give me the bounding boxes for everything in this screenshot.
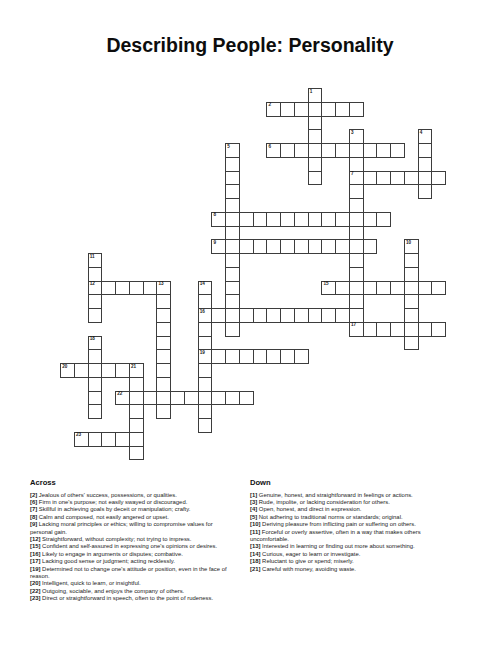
grid-cell-r1c21[interactable] xyxy=(349,102,364,117)
grid-cell-r16c7[interactable] xyxy=(156,308,171,323)
grid-cell-r18c2[interactable]: 18 xyxy=(88,336,103,351)
clue-across-8-number: [8] xyxy=(30,514,37,520)
grid-cell-r20c5[interactable]: 21 xyxy=(129,363,144,378)
grid-cell-r19c16[interactable] xyxy=(280,349,295,364)
grid-cell-r22c5[interactable] xyxy=(129,391,144,406)
grid-cell-r1c18[interactable] xyxy=(308,102,323,117)
clue-number-12: 12 xyxy=(90,282,95,287)
grid-cell-r17c12[interactable] xyxy=(225,322,240,337)
grid-cell-r12c21[interactable] xyxy=(349,253,364,268)
grid-cell-r20c0[interactable]: 20 xyxy=(60,363,75,378)
clue-across-17-number: [17] xyxy=(30,558,40,564)
clue-number-8: 8 xyxy=(213,213,216,218)
grid-cell-r11c22[interactable] xyxy=(363,239,378,254)
clue-number-14: 14 xyxy=(200,282,205,287)
clue-down-13-number: [13] xyxy=(250,543,260,549)
grid-cell-r9c17[interactable] xyxy=(294,212,309,227)
grid-cell-r4c17[interactable] xyxy=(294,143,309,158)
grid-cell-r14c12[interactable] xyxy=(225,281,240,296)
grid-cell-r20c4[interactable] xyxy=(115,363,130,378)
grid-cell-r9c22[interactable] xyxy=(363,212,378,227)
clue-number-16: 16 xyxy=(200,310,205,315)
grid-cell-r14c5[interactable] xyxy=(129,281,144,296)
clue-across-2-number: [2] xyxy=(30,492,37,498)
grid-cell-r14c6[interactable] xyxy=(143,281,158,296)
grid-cell-r11c17[interactable] xyxy=(294,239,309,254)
grid-cell-r15c7[interactable] xyxy=(156,294,171,309)
grid-cell-r12c12[interactable] xyxy=(225,253,240,268)
clue-number-13: 13 xyxy=(158,282,163,287)
grid-cell-r7c12[interactable] xyxy=(225,184,240,199)
grid-cell-r16c16[interactable] xyxy=(280,308,295,323)
grid-cell-r4c22[interactable] xyxy=(363,143,378,158)
grid-cell-r11c11[interactable]: 9 xyxy=(211,239,226,254)
grid-cell-r13c2[interactable] xyxy=(88,267,103,282)
grid-cell-r20c2[interactable] xyxy=(88,363,103,378)
down-clue-list: [1] Genuine, honest, and straightforward… xyxy=(250,492,450,573)
grid-cell-r1c16[interactable] xyxy=(280,102,295,117)
clue-down-4-number: [4] xyxy=(250,506,257,512)
grid-cell-r4c18[interactable] xyxy=(308,143,323,158)
clue-number-2: 2 xyxy=(268,103,271,108)
clue-across-8: [8] Calm and composed, not easily angere… xyxy=(30,514,236,521)
clue-across-17: [17] Lacking good sense or judgment; act… xyxy=(30,558,236,565)
across-header: Across xyxy=(30,478,236,487)
clue-number-17: 17 xyxy=(351,323,356,328)
grid-cell-r25c1[interactable]: 23 xyxy=(74,432,89,447)
clue-number-6: 6 xyxy=(268,145,271,150)
clue-across-2: [2] Jealous of others' success, possessi… xyxy=(30,492,236,499)
grid-cell-r23c5[interactable] xyxy=(129,404,144,419)
grid-cell-r22c10[interactable] xyxy=(198,391,213,406)
grid-cell-r19c11[interactable] xyxy=(211,349,226,364)
grid-cell-r6c22[interactable] xyxy=(363,171,378,186)
grid-cell-r16c18[interactable] xyxy=(308,308,323,323)
clue-number-3: 3 xyxy=(351,131,354,136)
clue-down-14: [14] Curious, eager to learn or investig… xyxy=(250,551,450,558)
clue-down-10-number: [10] xyxy=(250,521,260,527)
grid-cell-r9c13[interactable] xyxy=(239,212,254,227)
clue-number-21: 21 xyxy=(131,365,136,370)
crossword-grid: 1234567891011121314151617181920212223 xyxy=(60,88,445,459)
grid-cell-r1c19[interactable] xyxy=(321,102,336,117)
clue-across-23: [23] Direct or straightforward in speech… xyxy=(30,595,236,602)
grid-cell-r14c24[interactable] xyxy=(390,281,405,296)
clue-across-19-number: [19] xyxy=(30,566,40,572)
clue-number-4: 4 xyxy=(420,131,423,136)
grid-cell-r22c11[interactable] xyxy=(211,391,226,406)
clue-down-13: [13] Interested in learning or finding o… xyxy=(250,543,450,550)
grid-cell-r20c1[interactable] xyxy=(74,363,89,378)
grid-cell-r24c5[interactable] xyxy=(129,418,144,433)
grid-cell-r11c25[interactable]: 10 xyxy=(404,239,419,254)
grid-cell-r10c12[interactable] xyxy=(225,226,240,241)
grid-cell-r16c11[interactable] xyxy=(211,308,226,323)
grid-cell-r1c15[interactable]: 2 xyxy=(266,102,281,117)
grid-cell-r1c17[interactable] xyxy=(294,102,309,117)
grid-cell-r14c3[interactable] xyxy=(101,281,116,296)
clue-down-4: [4] Open, honest, and direct in expressi… xyxy=(250,506,450,513)
grid-cell-r23c10[interactable] xyxy=(198,404,213,419)
clue-down-5: [5] Not adhering to traditional norms or… xyxy=(250,514,450,521)
grid-cell-r8c21[interactable] xyxy=(349,198,364,213)
grid-cell-r13c12[interactable] xyxy=(225,267,240,282)
grid-cell-r4c24[interactable] xyxy=(390,143,405,158)
across-clue-list: [2] Jealous of others' success, possessi… xyxy=(30,492,236,603)
clue-down-3: [3] Rude, impolite, or lacking considera… xyxy=(250,499,450,506)
grid-cell-r14c2[interactable]: 12 xyxy=(88,281,103,296)
clue-across-23-number: [23] xyxy=(30,595,40,601)
grid-cell-r15c12[interactable] xyxy=(225,294,240,309)
clue-across-7-number: [7] xyxy=(30,506,37,512)
grid-cell-r11c19[interactable] xyxy=(321,239,336,254)
grid-cell-r19c12[interactable] xyxy=(225,349,240,364)
grid-cell-r19c7[interactable] xyxy=(156,349,171,364)
grid-cell-r17c21[interactable]: 17 xyxy=(349,322,364,337)
grid-cell-r17c23[interactable] xyxy=(376,322,391,337)
clue-across-12-number: [12] xyxy=(30,536,40,542)
grid-cell-r2c18[interactable] xyxy=(308,116,323,131)
clue-number-22: 22 xyxy=(117,392,122,397)
grid-cell-r22c7[interactable] xyxy=(156,391,171,406)
grid-cell-r17c10[interactable] xyxy=(198,322,213,337)
clue-number-19: 19 xyxy=(200,351,205,356)
clue-across-20: [20] Intelligent, quick to learn, or ins… xyxy=(30,580,236,587)
grid-cell-r15c2[interactable] xyxy=(88,294,103,309)
grid-cell-r15c21[interactable] xyxy=(349,294,364,309)
grid-cell-r14c21[interactable] xyxy=(349,281,364,296)
grid-cell-r17c24[interactable] xyxy=(390,322,405,337)
grid-cell-r14c7[interactable]: 13 xyxy=(156,281,171,296)
grid-cell-r9c12[interactable] xyxy=(225,212,240,227)
clue-number-18: 18 xyxy=(90,337,95,342)
clue-number-7: 7 xyxy=(351,172,354,177)
grid-cell-r11c12[interactable] xyxy=(225,239,240,254)
grid-cell-r6c21[interactable]: 7 xyxy=(349,171,364,186)
clue-across-22: [22] Outgoing, sociable, and enjoys the … xyxy=(30,588,236,595)
across-clues-section: Across [2] Jealous of others' success, p… xyxy=(30,478,236,603)
grid-cell-r9c19[interactable] xyxy=(321,212,336,227)
grid-cell-r14c4[interactable] xyxy=(115,281,130,296)
grid-cell-r9c18[interactable] xyxy=(308,212,323,227)
clue-down-3-number: [3] xyxy=(250,499,257,505)
grid-cell-r9c23[interactable] xyxy=(376,212,391,227)
clue-number-20: 20 xyxy=(62,365,67,370)
clue-down-14-number: [14] xyxy=(250,551,260,557)
grid-cell-r15c10[interactable] xyxy=(198,294,213,309)
grid-cell-r11c18[interactable] xyxy=(308,239,323,254)
clue-down-18-number: [18] xyxy=(250,558,260,564)
grid-cell-r14c23[interactable] xyxy=(376,281,391,296)
clue-across-15: [15] Confident and self-assured in expre… xyxy=(30,543,236,550)
grid-cell-r19c17[interactable] xyxy=(294,349,309,364)
grid-cell-r16c13[interactable] xyxy=(239,308,254,323)
grid-cell-r22c4[interactable]: 22 xyxy=(115,391,130,406)
down-header: Down xyxy=(250,478,450,487)
grid-cell-r4c16[interactable] xyxy=(280,143,295,158)
grid-cell-r17c7[interactable] xyxy=(156,322,171,337)
clue-across-16: [16] Likely to engage in arguments or di… xyxy=(30,551,236,558)
grid-cell-r5c26[interactable] xyxy=(418,157,433,172)
grid-cell-r16c10[interactable]: 16 xyxy=(198,308,213,323)
grid-cell-r9c21[interactable] xyxy=(349,212,364,227)
grid-cell-r22c2[interactable] xyxy=(88,391,103,406)
clue-number-10: 10 xyxy=(406,241,411,246)
clue-across-7: [7] Skillful in achieving goals by decei… xyxy=(30,506,236,513)
grid-cell-r14c10[interactable]: 14 xyxy=(198,281,213,296)
clue-down-5-number: [5] xyxy=(250,514,257,520)
clue-across-9-number: [9] xyxy=(30,521,37,527)
page-title: Describing People: Personality xyxy=(0,34,500,57)
grid-cell-r16c15[interactable] xyxy=(266,308,281,323)
grid-cell-r7c26[interactable] xyxy=(418,184,433,199)
clue-across-12: [12] Straightforward, without complexity… xyxy=(30,536,236,543)
grid-cell-r4c26[interactable] xyxy=(418,143,433,158)
grid-cell-r5c18[interactable] xyxy=(308,157,323,172)
grid-cell-r6c25[interactable] xyxy=(404,171,419,186)
grid-cell-r4c23[interactable] xyxy=(376,143,391,158)
grid-cell-r25c5[interactable] xyxy=(129,432,144,447)
grid-cell-r3c26[interactable]: 4 xyxy=(418,129,433,144)
grid-cell-r20c7[interactable] xyxy=(156,363,171,378)
grid-cell-r11c21[interactable] xyxy=(349,239,364,254)
grid-cell-r14c19[interactable]: 15 xyxy=(321,281,336,296)
grid-cell-r18c7[interactable] xyxy=(156,336,171,351)
grid-cell-r15c25[interactable] xyxy=(404,294,419,309)
grid-cell-r16c17[interactable] xyxy=(294,308,309,323)
grid-cell-r3c21[interactable]: 3 xyxy=(349,129,364,144)
grid-cell-r11c16[interactable] xyxy=(280,239,295,254)
grid-cell-r11c14[interactable] xyxy=(253,239,268,254)
grid-cell-r14c20[interactable] xyxy=(335,281,350,296)
grid-cell-r25c3[interactable] xyxy=(101,432,116,447)
clue-down-11-number: [11] xyxy=(250,529,260,535)
clue-across-9: [9] Lacking moral principles or ethics; … xyxy=(30,521,236,536)
grid-cell-r9c20[interactable] xyxy=(335,212,350,227)
clue-down-21-number: [21] xyxy=(250,566,260,572)
clue-across-19: [19] Determined not to change one's atti… xyxy=(30,566,236,581)
grid-cell-r22c12[interactable] xyxy=(225,391,240,406)
clue-across-15-number: [15] xyxy=(30,543,40,549)
clue-down-1: [1] Genuine, honest, and straightforward… xyxy=(250,492,450,499)
clue-down-10: [10] Deriving pleasure from inflicting p… xyxy=(250,521,450,528)
down-clues-section: Down [1] Genuine, honest, and straightfo… xyxy=(250,478,450,573)
clue-number-23: 23 xyxy=(76,433,81,438)
clue-across-20-number: [20] xyxy=(30,580,40,586)
grid-cell-r6c23[interactable] xyxy=(376,171,391,186)
grid-cell-r24c10[interactable] xyxy=(198,418,213,433)
grid-cell-r4c21[interactable] xyxy=(349,143,364,158)
clue-across-16-number: [16] xyxy=(30,551,40,557)
clue-number-15: 15 xyxy=(323,282,328,287)
grid-cell-r14c27[interactable] xyxy=(431,281,446,296)
clue-number-1: 1 xyxy=(310,90,313,95)
grid-cell-r4c15[interactable]: 6 xyxy=(266,143,281,158)
grid-cell-r22c6[interactable] xyxy=(143,391,158,406)
clue-down-1-number: [1] xyxy=(250,492,257,498)
grid-cell-r25c2[interactable] xyxy=(88,432,103,447)
grid-cell-r4c12[interactable]: 5 xyxy=(225,143,240,158)
grid-cell-r17c27[interactable] xyxy=(431,322,446,337)
grid-cell-r19c15[interactable] xyxy=(266,349,281,364)
grid-cell-r19c13[interactable] xyxy=(239,349,254,364)
grid-cell-r16c25[interactable] xyxy=(404,308,419,323)
grid-cell-r12c25[interactable] xyxy=(404,253,419,268)
grid-cell-r6c26[interactable] xyxy=(418,171,433,186)
grid-cell-r1c20[interactable] xyxy=(335,102,350,117)
clue-across-6-number: [6] xyxy=(30,499,37,505)
grid-cell-r3c18[interactable] xyxy=(308,129,323,144)
grid-cell-r14c25[interactable] xyxy=(404,281,419,296)
clue-number-9: 9 xyxy=(213,241,216,246)
grid-cell-r25c4[interactable] xyxy=(115,432,130,447)
grid-cell-r21c5[interactable] xyxy=(129,377,144,392)
grid-cell-r17c26[interactable] xyxy=(418,322,433,337)
grid-cell-r13c21[interactable] xyxy=(349,267,364,282)
grid-cell-r18c10[interactable] xyxy=(198,336,213,351)
grid-cell-r22c13[interactable] xyxy=(239,391,254,406)
clue-down-18: [18] Reluctant to give or spend; miserly… xyxy=(250,558,450,565)
grid-cell-r16c19[interactable] xyxy=(321,308,336,323)
grid-cell-r9c11[interactable]: 8 xyxy=(211,212,226,227)
grid-cell-r9c16[interactable] xyxy=(280,212,295,227)
grid-cell-r20c10[interactable] xyxy=(198,363,213,378)
grid-cell-r16c2[interactable] xyxy=(88,308,103,323)
grid-cell-r16c20[interactable] xyxy=(335,308,350,323)
grid-cell-r6c27[interactable] xyxy=(431,171,446,186)
grid-cell-r11c13[interactable] xyxy=(239,239,254,254)
grid-cell-r13c25[interactable] xyxy=(404,267,419,282)
grid-cell-r9c15[interactable] xyxy=(266,212,281,227)
grid-cell-r19c14[interactable] xyxy=(253,349,268,364)
grid-cell-r19c10[interactable]: 19 xyxy=(198,349,213,364)
grid-cell-r8c12[interactable] xyxy=(225,198,240,213)
clue-across-22-number: [22] xyxy=(30,588,40,594)
grid-cell-r17c22[interactable] xyxy=(363,322,378,337)
grid-cell-r21c2[interactable] xyxy=(88,377,103,392)
crossword-worksheet-page: Describing People: Personality 123456789… xyxy=(0,0,500,647)
grid-cell-r14c26[interactable] xyxy=(418,281,433,296)
grid-cell-r0c18[interactable]: 1 xyxy=(308,88,323,103)
grid-cell-r11c15[interactable] xyxy=(266,239,281,254)
grid-cell-r6c18[interactable] xyxy=(308,171,323,186)
grid-cell-r17c25[interactable] xyxy=(404,322,419,337)
grid-cell-r26c5[interactable] xyxy=(129,446,144,461)
grid-cell-r5c21[interactable] xyxy=(349,157,364,172)
grid-cell-r9c14[interactable] xyxy=(253,212,268,227)
grid-cell-r21c10[interactable] xyxy=(198,377,213,392)
grid-cell-r21c7[interactable] xyxy=(156,377,171,392)
grid-cell-r18c25[interactable] xyxy=(404,336,419,351)
grid-cell-r16c14[interactable] xyxy=(253,308,268,323)
grid-cell-r12c2[interactable]: 11 xyxy=(88,253,103,268)
grid-cell-r6c12[interactable] xyxy=(225,171,240,186)
grid-cell-r19c2[interactable] xyxy=(88,349,103,364)
grid-cell-r14c22[interactable] xyxy=(363,281,378,296)
grid-cell-r10c21[interactable] xyxy=(349,226,364,241)
clue-down-21: [21] Careful with money, avoiding waste. xyxy=(250,566,450,573)
grid-cell-r22c9[interactable] xyxy=(184,391,199,406)
grid-cell-r4c20[interactable] xyxy=(335,143,350,158)
grid-cell-r6c24[interactable] xyxy=(390,171,405,186)
grid-cell-r23c2[interactable] xyxy=(88,404,103,419)
grid-cell-r11c20[interactable] xyxy=(335,239,350,254)
grid-cell-r16c12[interactable] xyxy=(225,308,240,323)
grid-cell-r22c8[interactable] xyxy=(170,391,185,406)
clue-number-11: 11 xyxy=(90,255,95,260)
grid-cell-r5c12[interactable] xyxy=(225,157,240,172)
grid-cell-r16c21[interactable] xyxy=(349,308,364,323)
clue-across-6: [6] Firm in one's purpose; not easily sw… xyxy=(30,499,236,506)
grid-cell-r7c21[interactable] xyxy=(349,184,364,199)
grid-cell-r23c7[interactable] xyxy=(156,404,171,419)
grid-cell-r4c19[interactable] xyxy=(321,143,336,158)
clue-down-11: [11] Forceful or overly assertive, often… xyxy=(250,529,450,544)
grid-cell-r20c3[interactable] xyxy=(101,363,116,378)
clue-number-5: 5 xyxy=(227,145,230,150)
